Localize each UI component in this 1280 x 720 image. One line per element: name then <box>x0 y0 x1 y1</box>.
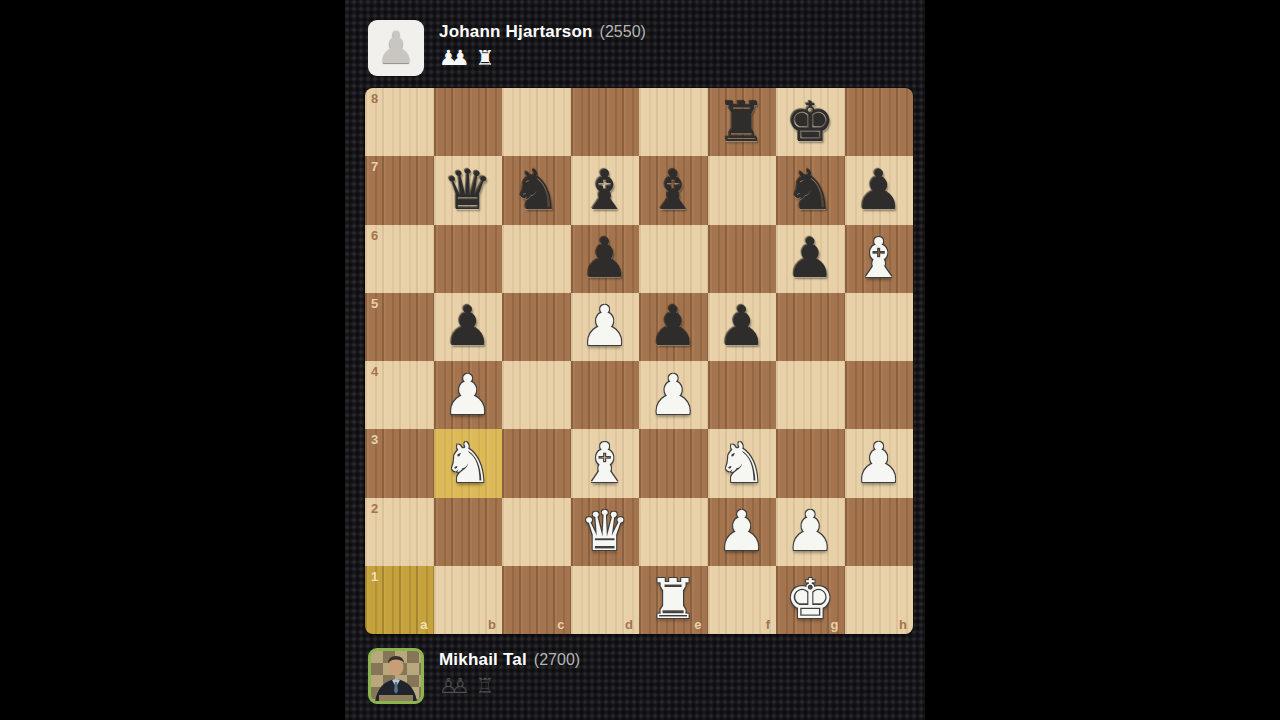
square-a5[interactable]: 5 <box>365 293 434 361</box>
white-bishop: ♝ <box>845 225 914 293</box>
rank-label-5: 5 <box>371 296 378 311</box>
square-b3[interactable]: ♞ <box>434 429 503 497</box>
square-d1[interactable]: d <box>571 566 640 634</box>
white-pawn: ♟ <box>708 498 777 566</box>
square-f6[interactable] <box>708 225 777 293</box>
white-queen: ♛ <box>571 498 640 566</box>
square-f8[interactable]: ♜ <box>708 88 777 156</box>
square-c6[interactable] <box>502 225 571 293</box>
square-a2[interactable]: 2 <box>365 498 434 566</box>
square-c5[interactable] <box>502 293 571 361</box>
file-label-f: f <box>766 617 770 632</box>
rank-label-8: 8 <box>371 91 378 106</box>
square-a7[interactable]: 7 <box>365 156 434 224</box>
file-label-e: e <box>694 617 701 632</box>
file-label-c: c <box>557 617 564 632</box>
square-d8[interactable] <box>571 88 640 156</box>
square-h8[interactable] <box>845 88 914 156</box>
black-knight: ♞ <box>776 156 845 224</box>
square-b1[interactable]: b <box>434 566 503 634</box>
chess-app-background: ♟ Johann Hjartarson (2550) ♟♟♜ 8♜♚7♛♞♝♝♞… <box>345 0 925 720</box>
square-f2[interactable]: ♟ <box>708 498 777 566</box>
square-g5[interactable] <box>776 293 845 361</box>
square-e6[interactable] <box>639 225 708 293</box>
black-bishop: ♝ <box>639 156 708 224</box>
square-e5[interactable]: ♟ <box>639 293 708 361</box>
black-rook: ♜ <box>708 88 777 156</box>
square-e3[interactable] <box>639 429 708 497</box>
square-d6[interactable]: ♟ <box>571 225 640 293</box>
bottom-player-info: Mikhail Tal (2700) ♙♙♖ <box>439 648 580 697</box>
bottom-player-captured-tray: ♙♙♖ <box>439 675 580 697</box>
square-f5[interactable]: ♟ <box>708 293 777 361</box>
square-g4[interactable] <box>776 361 845 429</box>
square-e8[interactable] <box>639 88 708 156</box>
rank-label-2: 2 <box>371 501 378 516</box>
white-pawn: ♟ <box>639 361 708 429</box>
square-g8[interactable]: ♚ <box>776 88 845 156</box>
captured-white-rook-icon: ♜ <box>476 46 495 70</box>
bottom-player-avatar <box>368 648 424 704</box>
square-h2[interactable] <box>845 498 914 566</box>
black-knight: ♞ <box>502 156 571 224</box>
white-pawn: ♟ <box>845 429 914 497</box>
rank-label-7: 7 <box>371 159 378 174</box>
square-f3[interactable]: ♞ <box>708 429 777 497</box>
white-pawn: ♟ <box>434 361 503 429</box>
square-a8[interactable]: 8 <box>365 88 434 156</box>
square-c7[interactable]: ♞ <box>502 156 571 224</box>
black-bishop: ♝ <box>571 156 640 224</box>
square-b7[interactable]: ♛ <box>434 156 503 224</box>
square-e7[interactable]: ♝ <box>639 156 708 224</box>
file-label-g: g <box>831 617 839 632</box>
top-player-captured-tray: ♟♟♜ <box>439 47 646 69</box>
square-g3[interactable] <box>776 429 845 497</box>
black-king: ♚ <box>776 88 845 156</box>
square-e4[interactable]: ♟ <box>639 361 708 429</box>
black-pawn: ♟ <box>434 293 503 361</box>
square-f1[interactable]: f <box>708 566 777 634</box>
square-d5[interactable]: ♟ <box>571 293 640 361</box>
top-player-name-line: Johann Hjartarson (2550) <box>439 22 646 42</box>
bottom-player-name: Mikhail Tal <box>439 650 527 670</box>
square-h1[interactable]: h <box>845 566 914 634</box>
square-g2[interactable]: ♟ <box>776 498 845 566</box>
rank-label-3: 3 <box>371 432 378 447</box>
bottom-player-row: Mikhail Tal (2700) ♙♙♖ <box>368 648 580 704</box>
square-d2[interactable]: ♛ <box>571 498 640 566</box>
white-pawn: ♟ <box>776 498 845 566</box>
captured-black-pawns-icon: ♙♙ <box>439 674 463 698</box>
square-c4[interactable] <box>502 361 571 429</box>
black-queen: ♛ <box>434 156 503 224</box>
square-g1[interactable]: g♚ <box>776 566 845 634</box>
white-pawn: ♟ <box>571 293 640 361</box>
square-e1[interactable]: e♜ <box>639 566 708 634</box>
square-f4[interactable] <box>708 361 777 429</box>
black-pawn: ♟ <box>776 225 845 293</box>
bottom-player-rating: (2700) <box>534 651 580 669</box>
rank-label-1: 1 <box>371 569 378 584</box>
square-h6[interactable]: ♝ <box>845 225 914 293</box>
white-knight: ♞ <box>434 429 503 497</box>
square-g7[interactable]: ♞ <box>776 156 845 224</box>
square-g6[interactable]: ♟ <box>776 225 845 293</box>
black-pawn: ♟ <box>708 293 777 361</box>
square-b5[interactable]: ♟ <box>434 293 503 361</box>
square-d3[interactable]: ♝ <box>571 429 640 497</box>
captured-black-rook-icon: ♖ <box>476 674 495 698</box>
square-a3[interactable]: 3 <box>365 429 434 497</box>
top-player-name: Johann Hjartarson <box>439 22 593 42</box>
video-frame: ♟ Johann Hjartarson (2550) ♟♟♜ 8♜♚7♛♞♝♝♞… <box>0 0 1280 720</box>
file-label-h: h <box>899 617 907 632</box>
top-player-rating: (2550) <box>600 23 646 41</box>
top-player-info: Johann Hjartarson (2550) ♟♟♜ <box>439 20 646 69</box>
black-pawn: ♟ <box>571 225 640 293</box>
white-bishop: ♝ <box>571 429 640 497</box>
square-f7[interactable] <box>708 156 777 224</box>
pawn-avatar-icon: ♟ <box>376 26 415 70</box>
top-player-avatar: ♟ <box>368 20 424 76</box>
square-d4[interactable] <box>571 361 640 429</box>
black-pawn: ♟ <box>639 293 708 361</box>
chess-board[interactable]: 8♜♚7♛♞♝♝♞♟6♟♟♝5♟♟♟♟4♟♟3♞♝♞♟2♛♟♟1abcde♜fg… <box>365 88 913 634</box>
square-h7[interactable]: ♟ <box>845 156 914 224</box>
captured-white-pawns-icon: ♟♟ <box>439 46 463 70</box>
black-pawn: ♟ <box>845 156 914 224</box>
square-e2[interactable] <box>639 498 708 566</box>
square-c1[interactable]: c <box>502 566 571 634</box>
tal-portrait-image <box>371 651 421 701</box>
square-h3[interactable]: ♟ <box>845 429 914 497</box>
square-b8[interactable] <box>434 88 503 156</box>
rank-label-6: 6 <box>371 228 378 243</box>
square-b4[interactable]: ♟ <box>434 361 503 429</box>
white-knight: ♞ <box>708 429 777 497</box>
square-d7[interactable]: ♝ <box>571 156 640 224</box>
file-label-b: b <box>488 617 496 632</box>
square-c2[interactable] <box>502 498 571 566</box>
file-label-a: a <box>420 617 427 632</box>
square-a1[interactable]: 1a <box>365 566 434 634</box>
square-c3[interactable] <box>502 429 571 497</box>
square-a4[interactable]: 4 <box>365 361 434 429</box>
square-h4[interactable] <box>845 361 914 429</box>
top-player-row: ♟ Johann Hjartarson (2550) ♟♟♜ <box>368 20 646 76</box>
square-c8[interactable] <box>502 88 571 156</box>
square-a6[interactable]: 6 <box>365 225 434 293</box>
rank-label-4: 4 <box>371 364 378 379</box>
square-h5[interactable] <box>845 293 914 361</box>
square-b6[interactable] <box>434 225 503 293</box>
bottom-player-name-line: Mikhail Tal (2700) <box>439 650 580 670</box>
square-b2[interactable] <box>434 498 503 566</box>
file-label-d: d <box>625 617 633 632</box>
